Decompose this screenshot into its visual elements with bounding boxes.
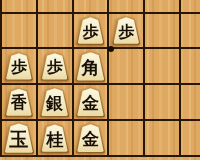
square-5g[interactable] <box>143 47 179 83</box>
piece-8i-knight[interactable]: 桂 <box>40 123 69 153</box>
piece-kanji-pawn: 歩 <box>5 59 33 75</box>
piece-kanji-pawn: 歩 <box>76 24 104 40</box>
square-7h[interactable]: 金 <box>72 83 108 119</box>
square-4g[interactable] <box>179 47 200 83</box>
square-4h[interactable] <box>179 83 200 119</box>
piece-kanji-bishop: 角 <box>75 59 105 77</box>
piece-kanji-gold: 金 <box>76 131 105 148</box>
square-4f[interactable] <box>179 12 200 48</box>
piece-8g-pawn[interactable]: 歩 <box>41 52 69 81</box>
square-6g[interactable] <box>107 47 143 83</box>
piece-8h-silver[interactable]: 銀 <box>40 87 69 118</box>
piece-9i-king[interactable]: 玉 <box>4 122 35 154</box>
square-8h[interactable]: 銀 <box>36 83 72 119</box>
shogi-board: 歩歩歩歩角香銀金玉桂金 <box>0 0 200 157</box>
square-8i[interactable]: 桂 <box>36 119 72 155</box>
square-4i[interactable] <box>179 119 200 155</box>
square-5e[interactable] <box>143 0 179 12</box>
piece-kanji-pawn: 歩 <box>41 59 69 75</box>
square-9i[interactable]: 玉 <box>0 119 36 155</box>
square-6i[interactable] <box>107 119 143 155</box>
piece-6f-pawn[interactable]: 歩 <box>112 16 140 45</box>
square-8f[interactable] <box>36 12 72 48</box>
piece-kanji-knight: 桂 <box>40 131 69 148</box>
piece-7i-gold[interactable]: 金 <box>76 123 105 154</box>
square-7f[interactable]: 歩 <box>72 12 108 48</box>
hoshi-star-point-icon <box>108 46 114 52</box>
square-7e[interactable] <box>72 0 108 12</box>
square-9e[interactable] <box>0 0 36 12</box>
square-9g[interactable]: 歩 <box>0 47 36 83</box>
square-4e[interactable] <box>179 0 200 12</box>
square-5f[interactable] <box>143 12 179 48</box>
square-9f[interactable] <box>0 12 36 48</box>
piece-kanji-gold: 金 <box>76 95 105 112</box>
shogi-board-viewport: 歩歩歩歩角香銀金玉桂金 <box>0 0 200 160</box>
square-9h[interactable]: 香 <box>0 83 36 119</box>
piece-kanji-silver: 銀 <box>40 95 69 112</box>
piece-9h-lance[interactable]: 香 <box>5 87 33 117</box>
square-7i[interactable]: 金 <box>72 119 108 155</box>
piece-kanji-pawn: 歩 <box>112 24 140 40</box>
piece-9g-pawn[interactable]: 歩 <box>5 52 33 81</box>
square-8g[interactable]: 歩 <box>36 47 72 83</box>
piece-7h-gold[interactable]: 金 <box>76 87 105 118</box>
piece-kanji-king: 玉 <box>4 130 35 149</box>
square-5i[interactable] <box>143 119 179 155</box>
square-5h[interactable] <box>143 83 179 119</box>
piece-7g-bishop[interactable]: 角 <box>75 51 105 82</box>
square-6h[interactable] <box>107 83 143 119</box>
square-7g[interactable]: 角 <box>72 47 108 83</box>
square-6e[interactable] <box>107 0 143 12</box>
piece-kanji-lance: 香 <box>5 95 33 112</box>
square-6f[interactable]: 歩 <box>107 12 143 48</box>
square-8e[interactable] <box>36 0 72 12</box>
piece-7f-pawn[interactable]: 歩 <box>76 16 104 45</box>
